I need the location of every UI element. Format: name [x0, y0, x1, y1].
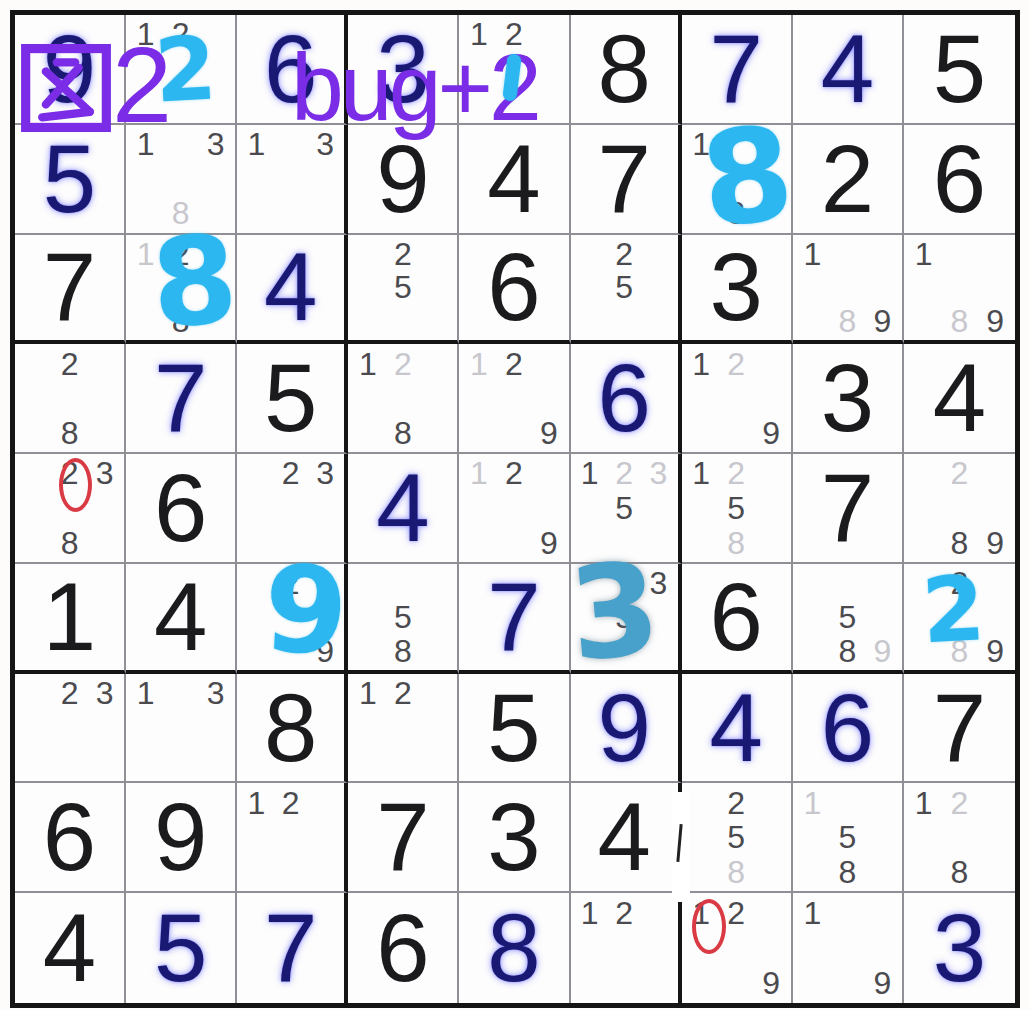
cell-r1c2[interactable]: 12: [126, 15, 237, 125]
empty-candidate-slot: [496, 491, 531, 526]
empty-candidate-slot: [532, 381, 567, 416]
pencil-marks: 238: [17, 456, 122, 560]
given-digit: 4: [597, 789, 650, 885]
cell-r1c3[interactable]: 6: [237, 15, 348, 125]
empty-candidate-slot: [977, 237, 1013, 271]
pencil-marks: 239: [239, 566, 342, 668]
empty-candidate-slot: [573, 525, 607, 560]
solved-digit: 7: [710, 21, 763, 117]
cell-r3c8[interactable]: 189: [793, 235, 904, 345]
empty-candidate-slot: [198, 196, 233, 231]
empty-candidate-slot: [865, 930, 900, 965]
empty-candidate-slot: [684, 966, 719, 1001]
empty-candidate-slot: [198, 52, 233, 87]
cell-r9c2[interactable]: 5: [126, 893, 237, 1003]
candidate-5: 5: [607, 491, 641, 526]
candidate-2: 2: [719, 785, 754, 820]
empty-candidate-slot: [420, 634, 455, 668]
cell-r8c2[interactable]: 9: [126, 783, 237, 893]
pencil-marks: 289: [906, 566, 1013, 668]
cell-r3c4[interactable]: 25: [348, 235, 459, 345]
candidate-8: 8: [163, 304, 198, 338]
given-digit: 5: [933, 21, 986, 117]
empty-candidate-slot: [795, 966, 830, 1001]
candidate-3: 3: [198, 676, 233, 711]
cell-r1c9[interactable]: 5: [904, 15, 1015, 125]
cell-r8c7[interactable]: 258: [682, 783, 793, 893]
pencil-marks: 13: [128, 676, 233, 780]
empty-candidate-slot: [532, 86, 567, 121]
cell-r4c1[interactable]: 28: [15, 344, 126, 454]
empty-candidate-slot: [350, 745, 385, 780]
empty-candidate-slot: [420, 600, 455, 634]
candidate-2: 2: [496, 346, 531, 381]
candidate-8: 8: [52, 525, 87, 560]
empty-candidate-slot: [274, 491, 308, 526]
cell-r5c2[interactable]: 6: [126, 454, 237, 564]
cell-r7c6[interactable]: 9: [571, 674, 682, 784]
cell-r3c6[interactable]: 25: [571, 235, 682, 345]
candidate-2: 2: [52, 676, 87, 711]
pencil-marks: 129: [461, 346, 566, 450]
empty-candidate-slot: [87, 346, 122, 381]
candidate-2: 2: [385, 237, 420, 271]
empty-candidate-slot: [87, 381, 122, 416]
cell-r7c1[interactable]: 23: [15, 674, 126, 784]
empty-candidate-slot: [385, 745, 420, 780]
cell-r8c3[interactable]: 12: [237, 783, 348, 893]
empty-candidate-slot: [17, 676, 52, 711]
given-digit: 3: [710, 239, 763, 335]
cell-r9c1[interactable]: 4: [15, 893, 126, 1003]
cell-r6c6[interactable]: 35: [571, 564, 682, 674]
given-digit: 6: [933, 131, 986, 227]
cell-r3c9[interactable]: 189: [904, 235, 1015, 345]
empty-candidate-slot: [163, 161, 198, 196]
empty-candidate-slot: [906, 456, 942, 491]
erased-candidate-2: 2: [942, 785, 978, 820]
cell-r5c5[interactable]: 129: [459, 454, 570, 564]
candidate-9: 9: [754, 416, 789, 451]
cell-r5c6[interactable]: 1235: [571, 454, 682, 564]
empty-candidate-slot: [684, 491, 719, 526]
cell-r2c6[interactable]: 7: [571, 125, 682, 235]
empty-candidate-slot: [128, 304, 163, 338]
cell-r3c3[interactable]: 4: [237, 235, 348, 345]
empty-candidate-slot: [496, 525, 531, 560]
candidate-9: 9: [865, 966, 900, 1001]
cell-r4c7[interactable]: 129: [682, 344, 793, 454]
erased-candidate-2: 2: [719, 456, 754, 491]
empty-candidate-slot: [87, 525, 122, 560]
erased-candidate-3: 3: [641, 456, 675, 491]
candidate-5: 5: [385, 270, 420, 304]
pencil-marks: 129: [461, 456, 566, 560]
candidate-2: 2: [385, 676, 420, 711]
empty-candidate-slot: [607, 930, 641, 965]
pencil-marks: 1258: [684, 456, 789, 560]
empty-candidate-slot: [573, 566, 607, 600]
empty-candidate-slot: [754, 127, 789, 162]
empty-candidate-slot: [17, 456, 52, 491]
cell-r1c1[interactable]: 9: [15, 15, 126, 125]
cell-r6c9[interactable]: 289: [904, 564, 1015, 674]
erased-candidate-2: 2: [607, 456, 641, 491]
empty-candidate-slot: [830, 237, 865, 271]
empty-candidate-slot: [573, 634, 607, 668]
empty-candidate-slot: [461, 416, 496, 451]
cell-r8c1[interactable]: 6: [15, 783, 126, 893]
empty-candidate-slot: [420, 710, 455, 745]
empty-candidate-slot: [754, 196, 789, 231]
pencil-marks: 128: [906, 785, 1013, 889]
empty-candidate-slot: [350, 710, 385, 745]
cell-r7c7[interactable]: 4: [682, 674, 793, 784]
empty-candidate-slot: [128, 710, 163, 745]
candidate-8: 8: [385, 634, 420, 668]
candidate-8: 8: [52, 416, 87, 451]
empty-candidate-slot: [385, 304, 420, 338]
empty-candidate-slot: [830, 785, 865, 820]
candidate-2: 2: [274, 566, 308, 600]
candidate-2: 2: [607, 237, 641, 271]
empty-candidate-slot: [532, 52, 567, 87]
cell-r7c9[interactable]: 7: [904, 674, 1015, 784]
cell-r6c2[interactable]: 4: [126, 564, 237, 674]
candidate-1: 1: [239, 785, 273, 820]
given-digit: 6: [154, 460, 207, 556]
solved-digit: 7: [487, 569, 540, 665]
empty-candidate-slot: [641, 895, 675, 930]
erased-candidate-8: 8: [719, 525, 754, 560]
cell-r9c5[interactable]: 8: [459, 893, 570, 1003]
candidate-1: 1: [684, 346, 719, 381]
cell-r7c2[interactable]: 13: [126, 674, 237, 784]
empty-candidate-slot: [719, 127, 754, 162]
empty-candidate-slot: [977, 491, 1013, 526]
cell-r4c9[interactable]: 4: [904, 344, 1015, 454]
candidate-8: 8: [830, 634, 865, 668]
empty-candidate-slot: [496, 52, 531, 87]
cell-r6c8[interactable]: 589: [793, 564, 904, 674]
candidate-5: 5: [719, 491, 754, 526]
candidate-1: 1: [795, 237, 830, 271]
empty-candidate-slot: [163, 745, 198, 780]
empty-candidate-slot: [239, 161, 273, 196]
empty-candidate-slot: [350, 381, 385, 416]
candidate-1: 1: [795, 895, 830, 930]
cell-r9c4[interactable]: 6: [348, 893, 459, 1003]
cell-r2c5[interactable]: 4: [459, 125, 570, 235]
cell-r3c1[interactable]: 7: [15, 235, 126, 345]
erased-candidate-8: 8: [942, 304, 978, 338]
given-digit: 3: [821, 350, 874, 446]
empty-candidate-slot: [865, 566, 900, 600]
cell-r9c9[interactable]: 3: [904, 893, 1015, 1003]
empty-candidate-slot: [350, 416, 385, 451]
solved-digit: 6: [821, 680, 874, 776]
empty-candidate-slot: [795, 600, 830, 634]
sudoku-board[interactable]: 9126312874551381394718267128425625318918…: [10, 10, 1020, 1008]
given-digit: 4: [154, 569, 207, 665]
cell-r9c8[interactable]: 19: [793, 893, 904, 1003]
empty-candidate-slot: [163, 52, 198, 87]
cell-r4c3[interactable]: 5: [237, 344, 348, 454]
empty-candidate-slot: [461, 381, 496, 416]
empty-candidate-slot: [308, 820, 342, 855]
cell-r2c4[interactable]: 9: [348, 125, 459, 235]
cell-r9c6[interactable]: 12: [571, 893, 682, 1003]
cell-r6c7[interactable]: 6: [682, 564, 793, 674]
cell-r7c3[interactable]: 8: [237, 674, 348, 784]
empty-candidate-slot: [865, 820, 900, 855]
empty-candidate-slot: [163, 270, 198, 304]
empty-candidate-slot: [977, 270, 1013, 304]
empty-candidate-slot: [754, 820, 789, 855]
cell-r3c5[interactable]: 6: [459, 235, 570, 345]
candidate-3: 3: [308, 127, 342, 162]
cell-r6c3[interactable]: 239: [237, 564, 348, 674]
empty-candidate-slot: [754, 895, 789, 930]
cell-r2c3[interactable]: 13: [237, 125, 348, 235]
empty-candidate-slot: [865, 855, 900, 890]
empty-candidate-slot: [607, 304, 641, 338]
cell-r5c3[interactable]: 23: [237, 454, 348, 564]
cell-r5c7[interactable]: 1258: [682, 454, 793, 564]
cell-r2c2[interactable]: 138: [126, 125, 237, 235]
empty-candidate-slot: [128, 196, 163, 231]
empty-candidate-slot: [87, 745, 122, 780]
cell-r4c2[interactable]: 7: [126, 344, 237, 454]
empty-candidate-slot: [239, 855, 273, 890]
cell-r1c7[interactable]: 7: [682, 15, 793, 125]
candidate-8: 8: [719, 196, 754, 231]
empty-candidate-slot: [52, 745, 87, 780]
candidate-1: 1: [573, 895, 607, 930]
cell-r8c5[interactable]: 3: [459, 783, 570, 893]
empty-candidate-slot: [641, 966, 675, 1001]
given-digit: 2: [821, 131, 874, 227]
empty-candidate-slot: [607, 966, 641, 1001]
empty-candidate-slot: [274, 820, 308, 855]
empty-candidate-slot: [754, 525, 789, 560]
cell-r5c1[interactable]: 238: [15, 454, 126, 564]
candidate-8: 8: [942, 525, 978, 560]
pencil-marks: 19: [795, 895, 900, 1001]
erased-candidate-2: 2: [385, 346, 420, 381]
cell-r1c4[interactable]: 3: [348, 15, 459, 125]
candidate-9: 9: [977, 525, 1013, 560]
empty-candidate-slot: [87, 491, 122, 526]
empty-candidate-slot: [128, 86, 163, 121]
empty-candidate-slot: [684, 855, 719, 890]
erased-candidate-2: 2: [719, 346, 754, 381]
pencil-marks: 129: [684, 895, 789, 1001]
pencil-marks: 128: [350, 346, 455, 450]
candidate-9: 9: [532, 525, 567, 560]
solved-digit: 9: [43, 21, 96, 117]
cell-r7c4[interactable]: 12: [348, 674, 459, 784]
empty-candidate-slot: [17, 745, 52, 780]
empty-candidate-slot: [977, 566, 1013, 600]
empty-candidate-slot: [198, 270, 233, 304]
cell-r9c3[interactable]: 7: [237, 893, 348, 1003]
empty-candidate-slot: [532, 346, 567, 381]
empty-candidate-slot: [830, 930, 865, 965]
cell-r6c1[interactable]: 1: [15, 564, 126, 674]
empty-candidate-slot: [795, 930, 830, 965]
cell-r4c5[interactable]: 129: [459, 344, 570, 454]
empty-candidate-slot: [754, 161, 789, 196]
cell-r4c6[interactable]: 6: [571, 344, 682, 454]
cell-r4c8[interactable]: 3: [793, 344, 904, 454]
cell-r9c7[interactable]: 129: [682, 893, 793, 1003]
pencil-marks: 189: [906, 237, 1013, 339]
given-digit: 6: [376, 900, 429, 996]
pencil-marks: 128: [128, 237, 233, 339]
candidate-9: 9: [977, 304, 1013, 338]
candidate-9: 9: [977, 634, 1013, 668]
candidate-5: 5: [719, 820, 754, 855]
empty-candidate-slot: [198, 86, 233, 121]
solved-digit: 3: [376, 21, 429, 117]
erased-candidate-2: 2: [942, 456, 978, 491]
cell-r2c1[interactable]: 5: [15, 125, 126, 235]
pencil-marks: 23: [17, 676, 122, 780]
empty-candidate-slot: [239, 196, 273, 231]
empty-candidate-slot: [641, 634, 675, 668]
cell-r3c2[interactable]: 128: [126, 235, 237, 345]
erased-candidate-3: 3: [308, 566, 342, 600]
candidate-1: 1: [906, 237, 942, 271]
empty-candidate-slot: [385, 381, 420, 416]
empty-candidate-slot: [239, 600, 273, 634]
cell-r1c8[interactable]: 4: [793, 15, 904, 125]
empty-candidate-slot: [461, 525, 496, 560]
pencil-marks: 18: [684, 127, 789, 231]
given-digit: 9: [376, 131, 429, 227]
empty-candidate-slot: [684, 196, 719, 231]
candidate-1: 1: [906, 785, 942, 820]
empty-candidate-slot: [239, 491, 273, 526]
cell-r1c5[interactable]: 12: [459, 15, 570, 125]
empty-candidate-slot: [684, 930, 719, 965]
solved-digit: 4: [264, 239, 317, 335]
empty-candidate-slot: [239, 566, 273, 600]
given-digit: 8: [264, 680, 317, 776]
empty-candidate-slot: [573, 600, 607, 634]
given-digit: 4: [43, 900, 96, 996]
solved-digit: 7: [264, 900, 317, 996]
empty-candidate-slot: [977, 820, 1013, 855]
given-digit: 7: [821, 460, 874, 556]
cell-r5c8[interactable]: 7: [793, 454, 904, 564]
empty-candidate-slot: [830, 566, 865, 600]
pencil-marks: 35: [573, 566, 676, 668]
cell-r1c6[interactable]: 8: [571, 15, 682, 125]
empty-candidate-slot: [906, 820, 942, 855]
empty-candidate-slot: [754, 785, 789, 820]
cell-r8c8[interactable]: 158: [793, 783, 904, 893]
empty-candidate-slot: [350, 270, 385, 304]
empty-candidate-slot: [830, 270, 865, 304]
cell-r7c5[interactable]: 5: [459, 674, 570, 784]
solved-digit: 8: [487, 900, 540, 996]
given-digit: 5: [487, 680, 540, 776]
candidate-5: 5: [830, 600, 865, 634]
empty-candidate-slot: [977, 600, 1013, 634]
candidate-2: 2: [719, 895, 754, 930]
empty-candidate-slot: [719, 161, 754, 196]
cell-r6c5[interactable]: 7: [459, 564, 570, 674]
empty-candidate-slot: [385, 566, 420, 600]
empty-candidate-slot: [795, 270, 830, 304]
given-digit: 8: [597, 21, 650, 117]
given-digit: 7: [597, 131, 650, 227]
empty-candidate-slot: [573, 966, 607, 1001]
candidate-1: 1: [350, 346, 385, 381]
solved-digit: 3: [933, 900, 986, 996]
cell-r5c9[interactable]: 289: [904, 454, 1015, 564]
empty-candidate-slot: [420, 416, 455, 451]
empty-candidate-slot: [684, 161, 719, 196]
empty-candidate-slot: [795, 634, 830, 668]
pencil-marks: 25: [350, 237, 455, 339]
cell-r2c9[interactable]: 6: [904, 125, 1015, 235]
empty-candidate-slot: [198, 17, 233, 52]
cell-r8c6[interactable]: 4: [571, 783, 682, 893]
empty-candidate-slot: [496, 381, 531, 416]
candidate-1: 1: [684, 127, 719, 162]
cell-r4c4[interactable]: 128: [348, 344, 459, 454]
pencil-marks: 12: [239, 785, 342, 889]
cell-r5c4[interactable]: 4: [348, 454, 459, 564]
cell-r7c8[interactable]: 6: [793, 674, 904, 784]
empty-candidate-slot: [942, 237, 978, 271]
candidate-2: 2: [163, 17, 198, 52]
erased-candidate-1: 1: [128, 237, 163, 271]
cell-r6c4[interactable]: 58: [348, 564, 459, 674]
empty-candidate-slot: [420, 676, 455, 711]
empty-candidate-slot: [830, 966, 865, 1001]
cell-r3c7[interactable]: 3: [682, 235, 793, 345]
empty-candidate-slot: [17, 525, 52, 560]
erased-candidate-9: 9: [865, 634, 900, 668]
candidate-2: 2: [52, 346, 87, 381]
erased-candidate-1: 1: [795, 785, 830, 820]
candidate-1: 1: [128, 127, 163, 162]
erased-candidate-8: 8: [942, 634, 978, 668]
cell-r2c8[interactable]: 2: [793, 125, 904, 235]
candidate-8: 8: [830, 855, 865, 890]
empty-candidate-slot: [719, 381, 754, 416]
given-digit: 6: [710, 569, 763, 665]
pencil-marks: 158: [795, 785, 900, 889]
candidate-2: 2: [496, 17, 531, 52]
empty-candidate-slot: [754, 855, 789, 890]
cell-r2c7[interactable]: 18: [682, 125, 793, 235]
empty-candidate-slot: [684, 525, 719, 560]
empty-candidate-slot: [496, 416, 531, 451]
candidate-1: 1: [350, 676, 385, 711]
empty-candidate-slot: [420, 270, 455, 304]
empty-candidate-slot: [754, 930, 789, 965]
cell-r8c9[interactable]: 128: [904, 783, 1015, 893]
empty-candidate-slot: [754, 346, 789, 381]
empty-candidate-slot: [865, 895, 900, 930]
cell-r8c4[interactable]: 7: [348, 783, 459, 893]
candidate-8: 8: [942, 855, 978, 890]
